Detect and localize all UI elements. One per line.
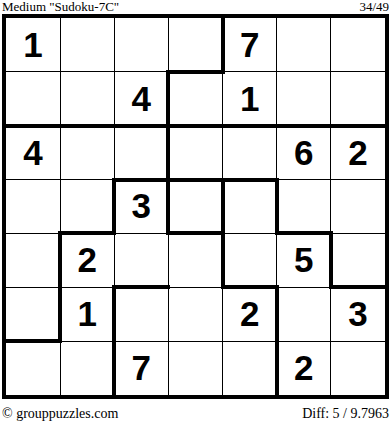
cell-r5c1[interactable] [6,233,60,287]
cell-r3c4[interactable] [168,126,222,180]
cell-r3c7: 2 [331,126,385,180]
cell-r1c6[interactable] [277,18,331,72]
cell-r6c1[interactable] [6,287,60,341]
cell-r4c7[interactable] [331,180,385,234]
cell-r3c1: 4 [6,126,60,180]
cell-r3c2[interactable] [60,126,114,180]
cell-r7c5[interactable] [223,341,277,395]
cell-r7c6: 2 [277,341,331,395]
cell-r5c6: 5 [277,233,331,287]
cell-r3c5[interactable] [223,126,277,180]
cell-r3c3[interactable] [114,126,168,180]
cell-r6c7: 3 [331,287,385,341]
copyright-text: © grouppuzzles.com [2,405,118,423]
puzzle-title: Medium "Sudoku-7C" [2,0,119,13]
cell-r5c5[interactable] [223,233,277,287]
cell-r5c4[interactable] [168,233,222,287]
cell-r1c7[interactable] [331,18,385,72]
cell-r4c4[interactable] [168,180,222,234]
cell-r2c2[interactable] [60,72,114,126]
cell-r1c1: 1 [6,18,60,72]
cell-grid: 174146232512372 [6,18,385,395]
cell-r6c3[interactable] [114,287,168,341]
cell-r3c6: 6 [277,126,331,180]
header: Medium "Sudoku-7C" 34/49 [0,0,391,14]
cell-r7c1[interactable] [6,341,60,395]
difficulty-text: Diff: 5 / 9.7963 [302,405,389,423]
cell-r5c7[interactable] [331,233,385,287]
cell-r1c5: 7 [223,18,277,72]
puzzle-page: Medium "Sudoku-7C" 34/49 174146232512372… [0,0,391,426]
cell-r2c1[interactable] [6,72,60,126]
board: 174146232512372 [2,14,389,399]
empty-cell-counter: 34/49 [359,0,389,13]
cell-r6c6[interactable] [277,287,331,341]
cell-r4c6[interactable] [277,180,331,234]
cell-r1c4[interactable] [168,18,222,72]
cell-r5c2: 2 [60,233,114,287]
cell-r2c5: 1 [223,72,277,126]
cell-r4c2[interactable] [60,180,114,234]
cell-r5c3[interactable] [114,233,168,287]
cell-r2c4[interactable] [168,72,222,126]
cell-r7c4[interactable] [168,341,222,395]
cell-r6c2: 1 [60,287,114,341]
cell-r1c2[interactable] [60,18,114,72]
cell-r2c7[interactable] [331,72,385,126]
cell-r7c3: 7 [114,341,168,395]
cell-r4c3: 3 [114,180,168,234]
cell-r4c1[interactable] [6,180,60,234]
cell-r1c3[interactable] [114,18,168,72]
cell-r7c2[interactable] [60,341,114,395]
cell-r6c4[interactable] [168,287,222,341]
cell-r2c6[interactable] [277,72,331,126]
cell-r7c7[interactable] [331,341,385,395]
footer: © grouppuzzles.com Diff: 5 / 9.7963 [0,403,391,423]
cell-r2c3: 4 [114,72,168,126]
cell-r6c5: 2 [223,287,277,341]
cell-r4c5[interactable] [223,180,277,234]
